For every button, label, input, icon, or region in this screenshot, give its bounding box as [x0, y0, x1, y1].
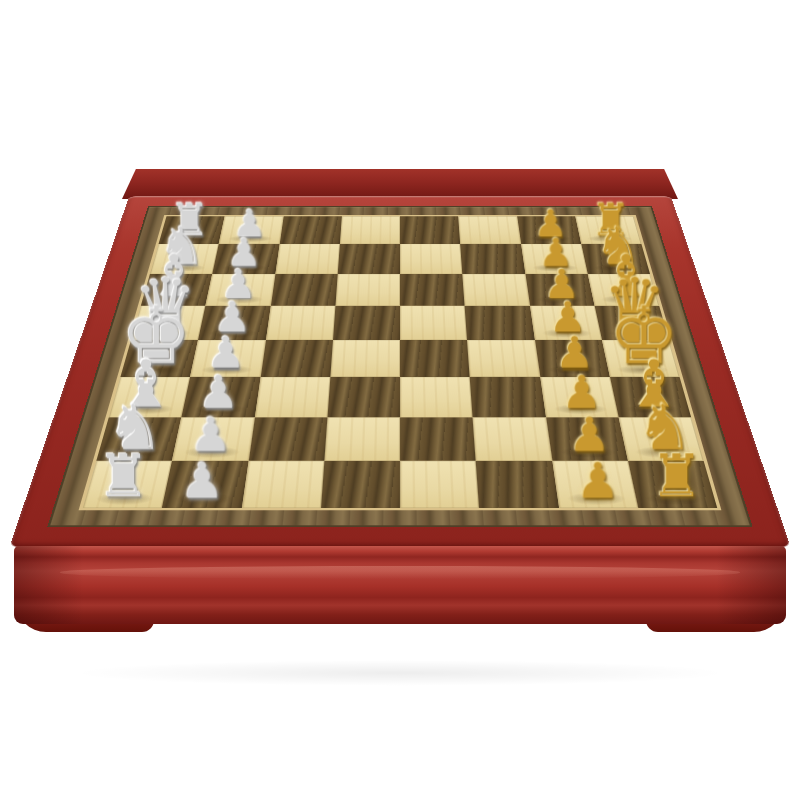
square-d4	[333, 306, 400, 340]
square-h3	[241, 461, 324, 508]
square-h2: ♟	[162, 461, 248, 508]
square-h6	[476, 461, 559, 508]
square-b6	[460, 244, 525, 274]
square-a6	[458, 216, 520, 244]
square-e4	[330, 340, 400, 377]
square-c5	[400, 274, 465, 306]
square-h8: ♜	[628, 461, 718, 508]
square-g4	[324, 417, 400, 461]
piece-silver-rook: ♜	[97, 447, 150, 506]
square-f4	[327, 377, 400, 417]
square-h1: ♜	[83, 461, 173, 508]
square-b4	[338, 244, 400, 274]
square-d5	[400, 306, 467, 340]
square-d6	[465, 306, 535, 340]
square-f5	[400, 377, 473, 417]
square-h5	[400, 461, 479, 508]
square-e6	[467, 340, 540, 377]
square-g6	[473, 417, 552, 461]
board-maple-fillet: ♜♟♟♜♞♟♟♞♝♟♟♝♛♟♟♛♚♟♟♚♝♟♟♝♞♟♟♞♜♟♟♜	[79, 215, 722, 510]
square-c3	[270, 274, 337, 306]
square-d3	[266, 306, 336, 340]
square-b5	[400, 244, 462, 274]
square-a4	[340, 216, 400, 244]
square-h4	[321, 461, 400, 508]
board-grid: ♜♟♟♜♞♟♟♞♝♟♟♝♛♟♟♛♚♟♟♚♝♟♟♝♞♟♟♞♜♟♟♜	[83, 216, 717, 508]
square-f6	[470, 377, 546, 417]
square-a5	[400, 216, 460, 244]
box-front-face	[14, 546, 786, 624]
square-e3	[260, 340, 333, 377]
piece-gold-rook: ♜	[651, 447, 704, 506]
board-red-frame: ♜♟♟♜♞♟♟♞♝♟♟♝♛♟♟♛♚♟♟♚♝♟♟♝♞♟♟♞♜♟♟♜	[9, 196, 790, 547]
square-h7: ♟	[552, 461, 638, 508]
square-c6	[462, 274, 529, 306]
square-a3	[279, 216, 341, 244]
square-f3	[254, 377, 330, 417]
piece-gold-pawn: ♟	[576, 456, 620, 505]
square-c4	[335, 274, 400, 306]
board-walnut-border: ♜♟♟♜♞♟♟♞♝♟♟♝♛♟♟♛♚♟♟♚♝♟♟♝♞♟♟♞♜♟♟♜	[47, 206, 752, 526]
square-e5	[400, 340, 470, 377]
square-g5	[400, 417, 476, 461]
square-g3	[248, 417, 327, 461]
piece-silver-pawn: ♟	[180, 456, 224, 505]
square-b3	[275, 244, 340, 274]
ground-shadow	[70, 660, 730, 686]
